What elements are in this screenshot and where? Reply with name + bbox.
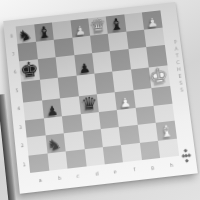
square-e8[interactable]: ♛ [88, 16, 108, 35]
piece-white-bishop[interactable]: ♝ [158, 122, 174, 140]
square-h7[interactable] [144, 28, 165, 47]
square-d4[interactable]: ♛ [78, 94, 98, 114]
square-a6[interactable]: ♚ [19, 59, 40, 82]
square-c3[interactable] [62, 114, 82, 134]
square-d6[interactable]: ♟ [74, 53, 94, 76]
square-f8[interactable]: ♝ [106, 14, 126, 33]
square-c7[interactable] [54, 38, 74, 57]
piece-black-bishop[interactable]: ♝ [108, 17, 124, 34]
square-f2[interactable] [119, 125, 140, 145]
square-f7[interactable] [108, 32, 128, 51]
square-g1[interactable] [140, 140, 161, 160]
square-f3[interactable] [117, 107, 137, 127]
square-b6[interactable] [38, 57, 58, 80]
square-b5[interactable] [40, 77, 60, 100]
square-f6[interactable] [110, 49, 131, 71]
rank-label: 8 [7, 28, 16, 43]
rank-label: 6 [10, 64, 19, 79]
file-label: d [88, 167, 104, 179]
square-b4[interactable]: ♟ [42, 98, 62, 118]
corner-logo: ◆◆◆◆◆ [176, 147, 195, 166]
file-label: b [51, 171, 67, 183]
square-g8[interactable] [124, 12, 144, 31]
square-d3[interactable] [80, 112, 100, 132]
rank-label: 2 [18, 137, 28, 153]
square-a1[interactable] [28, 153, 49, 173]
file-label: c [70, 169, 86, 181]
chess-board: 87654321 ♞♝♟♛♝♟♚♟♚♟♛♟♞♝ abcdefgh PATCHES… [3, 2, 198, 194]
square-b2[interactable]: ♞ [46, 133, 66, 153]
square-e6[interactable] [92, 51, 113, 74]
square-a8[interactable]: ♞ [16, 24, 36, 43]
photo-background: 87654321 ♞♝♟♛♝♟♚♟♚♟♛♟♞♝ abcdefgh PATCHES… [0, 0, 200, 200]
rank-label: 3 [16, 119, 25, 135]
square-h8[interactable]: ♟ [142, 10, 163, 29]
square-h2[interactable]: ♝ [156, 121, 177, 141]
rank-label: 7 [9, 46, 18, 61]
square-e2[interactable] [101, 127, 121, 147]
squares-grid: ♞♝♟♛♝♟♚♟♚♟♛♟♞♝ [16, 10, 180, 173]
square-e4[interactable] [97, 92, 117, 112]
rank-label: 1 [19, 156, 29, 172]
file-label: g [144, 160, 160, 172]
file-label: a [32, 173, 48, 185]
square-e3[interactable] [99, 110, 119, 130]
piece-white-king[interactable]: ♚ [148, 64, 170, 88]
square-g3[interactable] [135, 105, 155, 125]
square-c2[interactable] [64, 131, 84, 151]
file-label: h [163, 158, 179, 170]
square-h3[interactable] [154, 103, 175, 123]
square-g2[interactable] [138, 123, 159, 143]
square-f4[interactable]: ♟ [115, 90, 135, 110]
file-label: e [107, 165, 123, 177]
square-d2[interactable] [82, 129, 102, 149]
square-c5[interactable] [58, 75, 78, 98]
rank-label: 4 [14, 101, 23, 117]
diamond-icon: ◆ [178, 157, 196, 164]
square-g7[interactable] [126, 30, 146, 49]
square-c1[interactable] [66, 149, 86, 169]
square-e1[interactable] [103, 145, 124, 165]
square-h5[interactable]: ♚ [149, 65, 170, 88]
file-label: f [126, 163, 142, 175]
rank-label: 5 [12, 82, 21, 97]
square-c8[interactable] [52, 20, 72, 39]
square-b3[interactable] [44, 116, 64, 136]
piece-white-queen[interactable]: ♛ [89, 17, 107, 36]
square-a4[interactable] [23, 100, 44, 120]
square-c4[interactable] [60, 96, 80, 116]
square-a3[interactable] [25, 118, 46, 138]
square-f5[interactable] [113, 69, 134, 92]
square-a5[interactable] [21, 79, 42, 102]
piece-black-bishop[interactable]: ♝ [36, 25, 52, 42]
piece-black-king[interactable]: ♚ [19, 59, 40, 82]
square-b8[interactable]: ♝ [34, 22, 54, 41]
square-f1[interactable] [121, 142, 142, 162]
square-e5[interactable] [94, 71, 115, 94]
square-h4[interactable] [151, 85, 172, 105]
square-d7[interactable] [72, 36, 92, 55]
square-d1[interactable] [84, 147, 104, 167]
square-d8[interactable]: ♟ [70, 18, 90, 37]
piece-black-queen[interactable]: ♛ [81, 94, 98, 112]
square-b7[interactable] [36, 40, 56, 59]
square-c6[interactable] [56, 55, 76, 78]
square-g4[interactable] [133, 88, 153, 108]
square-b1[interactable] [47, 151, 67, 171]
square-e7[interactable] [90, 34, 110, 53]
